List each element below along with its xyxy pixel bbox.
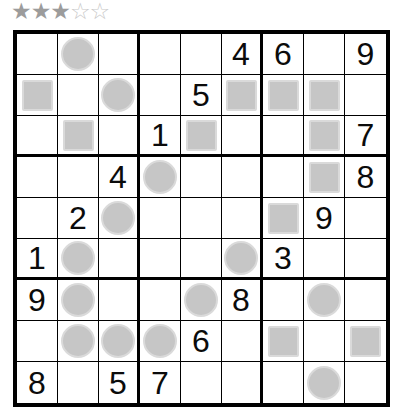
given-digit: 8 [28,367,46,399]
cell-r8c6[interactable] [222,321,263,362]
cell-r8c2[interactable] [58,321,99,362]
cell-r5c8[interactable]: 9 [304,198,345,239]
cell-r2c9[interactable] [345,75,386,116]
cell-r5c4[interactable] [140,198,181,239]
cell-r4c8[interactable] [304,157,345,198]
given-digit: 5 [109,367,127,399]
cell-r6c4[interactable] [140,239,181,280]
given-digit: 6 [274,38,292,70]
odd-circle-marker [224,241,258,275]
cell-r2c6[interactable] [222,75,263,116]
cell-r7c6[interactable]: 8 [222,280,263,321]
even-square-marker [22,80,53,111]
cell-r1c7[interactable]: 6 [263,34,304,75]
cell-r9c8[interactable] [304,362,345,403]
cell-r7c4[interactable] [140,280,181,321]
cell-r1c5[interactable] [181,34,222,75]
cell-r8c4[interactable] [140,321,181,362]
cell-r4c3[interactable]: 4 [99,157,140,198]
even-square-marker [268,326,299,357]
cell-r8c9[interactable] [345,321,386,362]
cell-r2c5[interactable]: 5 [181,75,222,116]
cell-r9c9[interactable] [345,362,386,403]
star-4-empty-icon: ☆ [70,0,90,24]
cell-r7c5[interactable] [181,280,222,321]
difficulty-rating: ★★★☆☆ [11,0,109,25]
cell-r2c2[interactable] [58,75,99,116]
cell-r4c6[interactable] [222,157,263,198]
star-3-filled-icon: ★ [50,0,70,24]
cell-r6c5[interactable] [181,239,222,280]
cell-r8c1[interactable] [17,321,58,362]
cell-r4c4[interactable] [140,157,181,198]
cell-r2c3[interactable] [99,75,140,116]
cell-r6c6[interactable] [222,239,263,280]
odd-circle-marker [143,324,177,358]
cell-r1c1[interactable] [17,34,58,75]
cell-r4c7[interactable] [263,157,304,198]
cell-r7c2[interactable] [58,280,99,321]
odd-circle-marker [143,160,177,194]
cell-r9c2[interactable] [58,362,99,403]
cell-r8c8[interactable] [304,321,345,362]
cell-r7c9[interactable] [345,280,386,321]
sudoku-board: 469517482913986857 [13,30,390,407]
cell-r5c7[interactable] [263,198,304,239]
given-digit: 7 [357,119,375,151]
cell-r3c4[interactable]: 1 [140,116,181,157]
cell-r6c2[interactable] [58,239,99,280]
cell-r4c5[interactable] [181,157,222,198]
cell-r9c1[interactable]: 8 [17,362,58,403]
cell-r5c6[interactable] [222,198,263,239]
cell-r7c7[interactable] [263,280,304,321]
cell-r2c4[interactable] [140,75,181,116]
cell-r5c5[interactable] [181,198,222,239]
cell-r3c5[interactable] [181,116,222,157]
cell-r5c3[interactable] [99,198,140,239]
cell-r6c8[interactable] [304,239,345,280]
given-digit: 9 [357,38,375,70]
cell-r9c5[interactable] [181,362,222,403]
odd-circle-marker [61,283,95,317]
cell-r2c1[interactable] [17,75,58,116]
star-1-filled-icon: ★ [11,0,31,24]
cell-r6c3[interactable] [99,239,140,280]
cell-r1c9[interactable]: 9 [345,34,386,75]
star-2-filled-icon: ★ [31,0,51,24]
given-digit: 4 [109,161,127,193]
cell-r2c8[interactable] [304,75,345,116]
cell-r6c1[interactable]: 1 [17,239,58,280]
odd-circle-marker [184,283,218,317]
cell-r8c3[interactable] [99,321,140,362]
cell-r1c3[interactable] [99,34,140,75]
even-square-marker [63,120,94,151]
even-square-marker [186,120,217,151]
odd-circle-marker [307,283,341,317]
cell-r7c8[interactable] [304,280,345,321]
cell-r3c2[interactable] [58,116,99,157]
cell-r3c6[interactable] [222,116,263,157]
cell-r1c8[interactable] [304,34,345,75]
odd-circle-marker [61,241,95,275]
cell-r4c9[interactable]: 8 [345,157,386,198]
even-square-marker [309,162,340,193]
given-digit: 8 [232,284,250,316]
cell-r1c6[interactable]: 4 [222,34,263,75]
cell-r3c1[interactable] [17,116,58,157]
given-digit: 8 [357,161,375,193]
odd-circle-marker [101,201,135,235]
odd-circle-marker [101,78,135,112]
cell-r5c2[interactable]: 2 [58,198,99,239]
given-digit: 3 [274,242,292,274]
given-digit: 9 [28,284,46,316]
cell-r6c7[interactable]: 3 [263,239,304,280]
cell-r5c1[interactable] [17,198,58,239]
cell-r1c2[interactable] [58,34,99,75]
cell-r7c1[interactable]: 9 [17,280,58,321]
even-square-marker [309,80,340,111]
given-digit: 6 [192,325,210,357]
cell-r9c7[interactable] [263,362,304,403]
cell-r9c4[interactable]: 7 [140,362,181,403]
cell-r3c7[interactable] [263,116,304,157]
given-digit: 7 [151,367,169,399]
star-5-empty-icon: ☆ [90,0,110,24]
even-square-marker [268,80,299,111]
even-square-marker [309,120,340,151]
given-digit: 1 [151,119,169,151]
cell-r9c6[interactable] [222,362,263,403]
cell-r9c3[interactable]: 5 [99,362,140,403]
cell-r6c9[interactable] [345,239,386,280]
cell-r5c9[interactable] [345,198,386,239]
cell-r3c8[interactable] [304,116,345,157]
cell-r8c7[interactable] [263,321,304,362]
given-digit: 9 [315,202,333,234]
cell-r1c4[interactable] [140,34,181,75]
cell-r7c3[interactable] [99,280,140,321]
odd-circle-marker [101,324,135,358]
given-digit: 5 [192,79,210,111]
cell-r4c2[interactable] [58,157,99,198]
even-square-marker [268,203,299,234]
cell-r3c3[interactable] [99,116,140,157]
cell-r2c7[interactable] [263,75,304,116]
even-square-marker [226,80,257,111]
odd-circle-marker [307,366,341,400]
cell-r3c9[interactable]: 7 [345,116,386,157]
even-square-marker [350,326,381,357]
cell-r8c5[interactable]: 6 [181,321,222,362]
odd-circle-marker [61,37,95,71]
given-digit: 1 [28,242,46,274]
odd-circle-marker [61,324,95,358]
given-digit: 2 [69,202,87,234]
given-digit: 4 [232,38,250,70]
cell-r4c1[interactable] [17,157,58,198]
